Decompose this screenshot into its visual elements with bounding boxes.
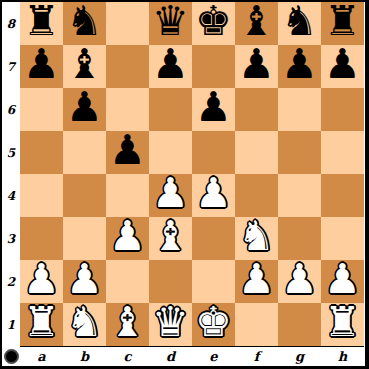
square-g4[interactable] <box>278 174 321 217</box>
square-e7[interactable] <box>192 45 235 88</box>
square-f3[interactable]: ♞ <box>235 217 278 260</box>
piece-black-pawn: ♟ <box>66 88 103 128</box>
piece-black-pawn: ♟ <box>23 45 60 85</box>
piece-white-king: ♚ <box>195 303 232 343</box>
file-label-c: c <box>106 347 149 366</box>
piece-white-pawn: ♟ <box>324 260 361 300</box>
chess-diagram: 87654321 ♜♞♛♚♝♞♜♟♝♟♟♟♟♟♟♟♟♟♟♝♞♟♟♟♟♟♜♞♝♛♚… <box>0 0 369 369</box>
rank-label-8: 8 <box>2 2 20 45</box>
square-e5[interactable] <box>192 131 235 174</box>
square-f1[interactable] <box>235 303 278 346</box>
square-c6[interactable] <box>106 88 149 131</box>
square-b7[interactable]: ♝ <box>63 45 106 88</box>
square-b3[interactable] <box>63 217 106 260</box>
square-g2[interactable]: ♟ <box>278 260 321 303</box>
square-a1[interactable]: ♜ <box>20 303 63 346</box>
square-g8[interactable]: ♞ <box>278 2 321 45</box>
square-e4[interactable]: ♟ <box>192 174 235 217</box>
rank-label-4: 4 <box>2 174 20 217</box>
file-label-f: f <box>235 347 278 366</box>
square-b6[interactable]: ♟ <box>63 88 106 131</box>
piece-black-pawn: ♟ <box>281 45 318 85</box>
square-a3[interactable] <box>20 217 63 260</box>
square-d7[interactable]: ♟ <box>149 45 192 88</box>
square-d5[interactable] <box>149 131 192 174</box>
square-a8[interactable]: ♜ <box>20 2 63 45</box>
square-d8[interactable]: ♛ <box>149 2 192 45</box>
file-label-e: e <box>192 347 235 366</box>
square-h7[interactable]: ♟ <box>321 45 364 88</box>
square-h4[interactable] <box>321 174 364 217</box>
file-label-h: h <box>321 347 364 366</box>
square-g7[interactable]: ♟ <box>278 45 321 88</box>
square-f4[interactable] <box>235 174 278 217</box>
piece-white-pawn: ♟ <box>281 260 318 300</box>
square-f7[interactable]: ♟ <box>235 45 278 88</box>
square-d6[interactable] <box>149 88 192 131</box>
piece-black-rook: ♜ <box>324 2 361 42</box>
square-c7[interactable] <box>106 45 149 88</box>
piece-white-rook: ♜ <box>324 303 361 343</box>
square-b2[interactable]: ♟ <box>63 260 106 303</box>
square-f2[interactable]: ♟ <box>235 260 278 303</box>
piece-white-bishop: ♝ <box>152 217 189 257</box>
piece-white-knight: ♞ <box>66 303 103 343</box>
piece-black-pawn: ♟ <box>324 45 361 85</box>
rank-label-5: 5 <box>2 131 20 174</box>
square-b8[interactable]: ♞ <box>63 2 106 45</box>
square-c8[interactable] <box>106 2 149 45</box>
rank-labels: 87654321 <box>2 2 20 347</box>
file-label-a: a <box>20 347 63 366</box>
piece-white-pawn: ♟ <box>23 260 60 300</box>
square-h1[interactable]: ♜ <box>321 303 364 346</box>
square-a2[interactable]: ♟ <box>20 260 63 303</box>
rank-label-2: 2 <box>2 260 20 303</box>
square-h8[interactable]: ♜ <box>321 2 364 45</box>
piece-black-pawn: ♟ <box>238 45 275 85</box>
square-e2[interactable] <box>192 260 235 303</box>
square-c3[interactable]: ♟ <box>106 217 149 260</box>
file-labels: abcdefgh <box>20 347 364 366</box>
piece-white-pawn: ♟ <box>152 174 189 214</box>
square-g6[interactable] <box>278 88 321 131</box>
square-h3[interactable] <box>321 217 364 260</box>
piece-white-pawn: ♟ <box>66 260 103 300</box>
square-d1[interactable]: ♛ <box>149 303 192 346</box>
square-f8[interactable]: ♝ <box>235 2 278 45</box>
piece-white-bishop: ♝ <box>109 303 146 343</box>
piece-white-pawn: ♟ <box>109 217 146 257</box>
square-a6[interactable] <box>20 88 63 131</box>
square-d3[interactable]: ♝ <box>149 217 192 260</box>
square-b4[interactable] <box>63 174 106 217</box>
square-g1[interactable] <box>278 303 321 346</box>
file-label-b: b <box>63 347 106 366</box>
piece-white-pawn: ♟ <box>238 260 275 300</box>
square-a7[interactable]: ♟ <box>20 45 63 88</box>
square-c2[interactable] <box>106 260 149 303</box>
square-d4[interactable]: ♟ <box>149 174 192 217</box>
piece-white-pawn: ♟ <box>195 174 232 214</box>
square-a4[interactable] <box>20 174 63 217</box>
square-c5[interactable]: ♟ <box>106 131 149 174</box>
square-f5[interactable] <box>235 131 278 174</box>
square-h5[interactable] <box>321 131 364 174</box>
piece-black-king: ♚ <box>195 2 232 42</box>
black-to-move-indicator <box>4 349 19 364</box>
file-label-d: d <box>149 347 192 366</box>
piece-white-rook: ♜ <box>23 303 60 343</box>
rank-label-6: 6 <box>2 88 20 131</box>
piece-black-knight: ♞ <box>281 2 318 42</box>
piece-white-queen: ♛ <box>152 303 189 343</box>
square-g5[interactable] <box>278 131 321 174</box>
square-e3[interactable] <box>192 217 235 260</box>
square-h2[interactable]: ♟ <box>321 260 364 303</box>
square-g3[interactable] <box>278 217 321 260</box>
file-label-g: g <box>278 347 321 366</box>
board: ♜♞♛♚♝♞♜♟♝♟♟♟♟♟♟♟♟♟♟♝♞♟♟♟♟♟♜♞♝♛♚♜ <box>20 2 364 347</box>
piece-black-pawn: ♟ <box>109 131 146 171</box>
square-a5[interactable] <box>20 131 63 174</box>
square-e8[interactable]: ♚ <box>192 2 235 45</box>
square-h6[interactable] <box>321 88 364 131</box>
square-b1[interactable]: ♞ <box>63 303 106 346</box>
side-to-move-corner <box>2 347 20 366</box>
piece-black-knight: ♞ <box>66 2 103 42</box>
piece-white-knight: ♞ <box>238 217 275 257</box>
square-c4[interactable] <box>106 174 149 217</box>
rank-label-3: 3 <box>2 217 20 260</box>
square-c1[interactable]: ♝ <box>106 303 149 346</box>
piece-black-bishop: ♝ <box>238 2 275 42</box>
piece-black-queen: ♛ <box>152 2 189 42</box>
rank-label-7: 7 <box>2 45 20 88</box>
square-d2[interactable] <box>149 260 192 303</box>
square-e6[interactable]: ♟ <box>192 88 235 131</box>
square-e1[interactable]: ♚ <box>192 303 235 346</box>
square-b5[interactable] <box>63 131 106 174</box>
piece-black-bishop: ♝ <box>66 45 103 85</box>
rank-label-1: 1 <box>2 303 20 346</box>
square-f6[interactable] <box>235 88 278 131</box>
piece-black-rook: ♜ <box>23 2 60 42</box>
piece-black-pawn: ♟ <box>195 88 232 128</box>
piece-black-pawn: ♟ <box>152 45 189 85</box>
